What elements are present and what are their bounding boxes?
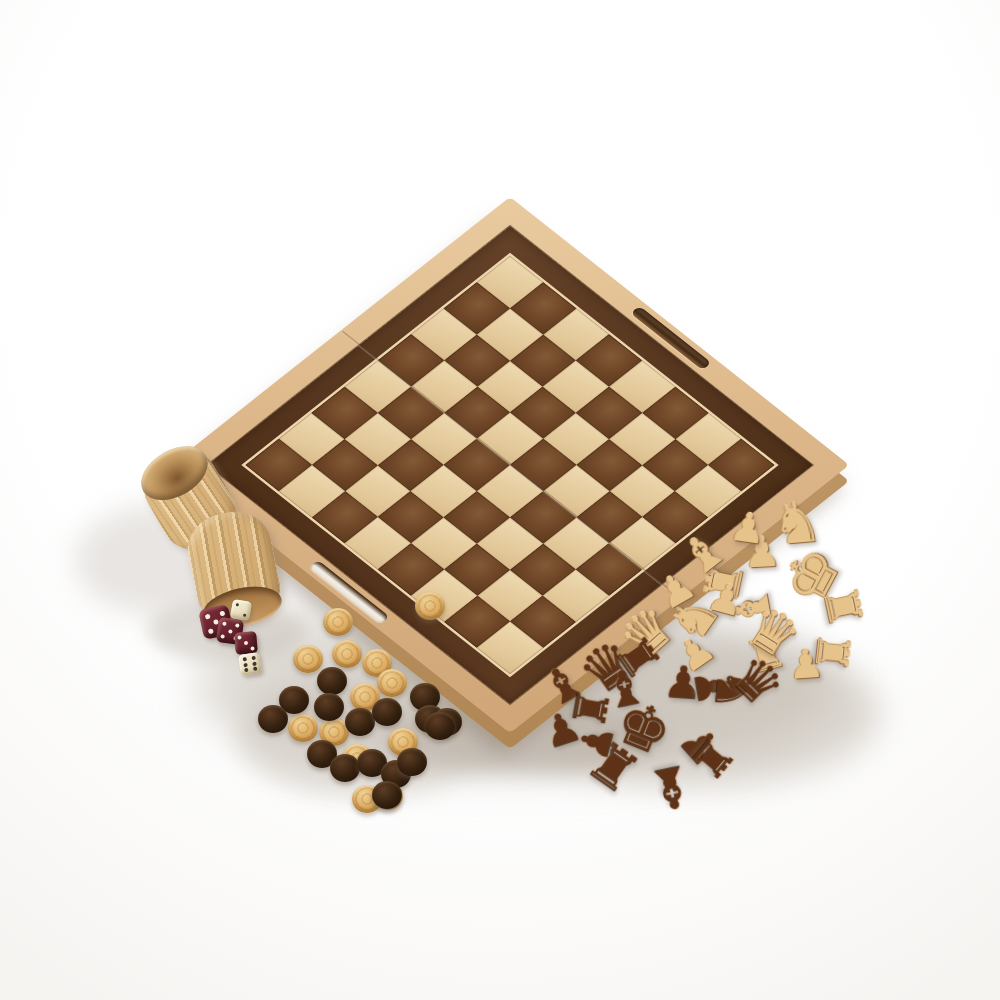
die-ivory-2 — [230, 599, 252, 621]
light-pawn: ♟ — [727, 505, 768, 550]
checker-dark — [372, 781, 402, 809]
checker-dark — [258, 705, 288, 733]
checker-dark — [397, 748, 427, 776]
checker-light — [332, 640, 362, 668]
die-burgundy-3 — [234, 631, 258, 655]
checker-dark — [330, 754, 360, 782]
die-ivory-6 — [238, 652, 262, 676]
checker-light — [323, 608, 353, 636]
checker-dark — [345, 708, 375, 736]
light-rook: ♜ — [816, 581, 870, 631]
checker-dark — [372, 698, 402, 726]
product-photo-scene: ♞♟♟♚♞♜♝♜♜♟♝♟♜♛♟♛♟♟♜♝♛♜♝♚♟♟♞♛♟♝♜♜♟ — [0, 0, 1000, 1000]
checker-dark — [314, 693, 344, 721]
checker-light — [415, 592, 445, 620]
checker-light — [293, 645, 323, 673]
checker-light — [288, 714, 318, 742]
checker-dark — [425, 712, 455, 740]
checker-dark — [317, 667, 347, 695]
checker-light — [377, 669, 407, 697]
